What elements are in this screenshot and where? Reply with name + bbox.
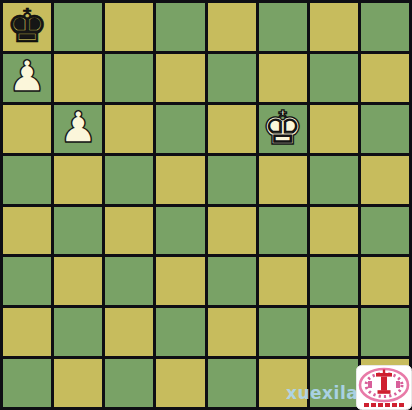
watermark-text: xuexila.	[286, 383, 365, 403]
square-e6[interactable]	[208, 105, 256, 153]
square-d8[interactable]	[156, 3, 204, 51]
square-c4[interactable]	[105, 207, 153, 255]
square-a5[interactable]	[3, 156, 51, 204]
square-g7[interactable]	[310, 54, 358, 102]
square-a8[interactable]: ♚	[3, 3, 51, 51]
square-h6[interactable]	[361, 105, 409, 153]
square-c8[interactable]	[105, 3, 153, 51]
square-d6[interactable]	[156, 105, 204, 153]
square-b3[interactable]	[54, 257, 102, 305]
square-g2[interactable]	[310, 308, 358, 356]
square-e5[interactable]	[208, 156, 256, 204]
square-b4[interactable]	[54, 207, 102, 255]
square-c1[interactable]	[105, 359, 153, 407]
square-d7[interactable]	[156, 54, 204, 102]
square-g6[interactable]	[310, 105, 358, 153]
square-g4[interactable]	[310, 207, 358, 255]
square-c6[interactable]	[105, 105, 153, 153]
square-c7[interactable]	[105, 54, 153, 102]
square-h3[interactable]	[361, 257, 409, 305]
square-f2[interactable]	[259, 308, 307, 356]
square-e7[interactable]	[208, 54, 256, 102]
square-h5[interactable]	[361, 156, 409, 204]
square-g8[interactable]	[310, 3, 358, 51]
square-a7[interactable]: ♟	[3, 54, 51, 102]
black-king[interactable]: ♚	[6, 3, 48, 49]
xuexila-seal-logo	[356, 365, 412, 410]
white-pawn[interactable]: ♟	[59, 106, 98, 149]
square-d4[interactable]	[156, 207, 204, 255]
white-pawn[interactable]: ♟	[8, 55, 47, 98]
square-f4[interactable]	[259, 207, 307, 255]
square-e3[interactable]	[208, 257, 256, 305]
square-h4[interactable]	[361, 207, 409, 255]
square-b7[interactable]	[54, 54, 102, 102]
square-a2[interactable]	[3, 308, 51, 356]
square-f3[interactable]	[259, 257, 307, 305]
square-a3[interactable]	[3, 257, 51, 305]
square-e4[interactable]	[208, 207, 256, 255]
square-f8[interactable]	[259, 3, 307, 51]
white-king[interactable]: ♚	[262, 105, 304, 151]
square-b2[interactable]	[54, 308, 102, 356]
chess-board: ♚♟♟♚	[0, 0, 412, 410]
square-a1[interactable]	[3, 359, 51, 407]
square-a4[interactable]	[3, 207, 51, 255]
square-h2[interactable]	[361, 308, 409, 356]
square-f6[interactable]: ♚	[259, 105, 307, 153]
square-d1[interactable]	[156, 359, 204, 407]
square-e1[interactable]	[208, 359, 256, 407]
square-c2[interactable]	[105, 308, 153, 356]
square-b5[interactable]	[54, 156, 102, 204]
square-g5[interactable]	[310, 156, 358, 204]
square-b6[interactable]: ♟	[54, 105, 102, 153]
square-b8[interactable]	[54, 3, 102, 51]
square-d5[interactable]	[156, 156, 204, 204]
square-h8[interactable]	[361, 3, 409, 51]
square-b1[interactable]	[54, 359, 102, 407]
square-f7[interactable]	[259, 54, 307, 102]
square-d3[interactable]	[156, 257, 204, 305]
square-c5[interactable]	[105, 156, 153, 204]
square-h7[interactable]	[361, 54, 409, 102]
square-a6[interactable]	[3, 105, 51, 153]
square-e2[interactable]	[208, 308, 256, 356]
square-g3[interactable]	[310, 257, 358, 305]
square-f5[interactable]	[259, 156, 307, 204]
square-c3[interactable]	[105, 257, 153, 305]
square-e8[interactable]	[208, 3, 256, 51]
square-d2[interactable]	[156, 308, 204, 356]
